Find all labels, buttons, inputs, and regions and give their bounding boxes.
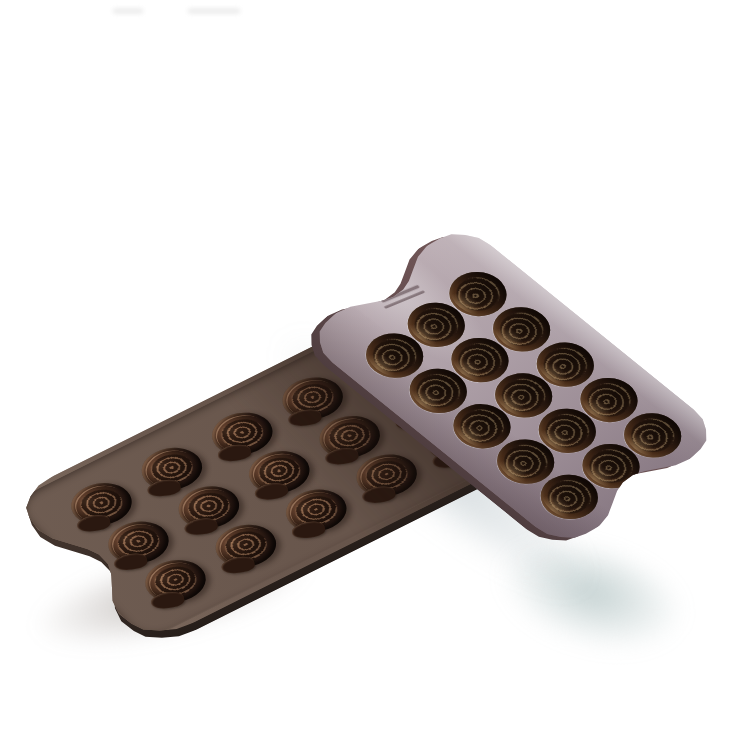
- faint-smudge: [113, 8, 143, 14]
- faint-smudge: [188, 8, 240, 14]
- photo-canvas: [0, 0, 743, 743]
- floor-shadow: [486, 526, 695, 671]
